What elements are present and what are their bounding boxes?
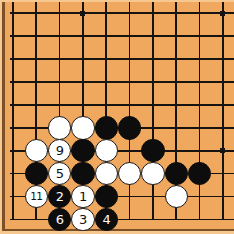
white-stone-5-10[interactable] bbox=[95, 139, 119, 163]
white-stone-4-9[interactable] bbox=[71, 116, 95, 140]
move-number: 4 bbox=[102, 213, 110, 226]
white-stone-3-11[interactable]: 5 bbox=[48, 162, 72, 186]
white-stone-7-11[interactable] bbox=[141, 162, 165, 186]
move-number: 3 bbox=[79, 213, 87, 226]
black-stone-4-10[interactable] bbox=[71, 139, 95, 163]
move-number: 5 bbox=[56, 167, 64, 180]
board-bevel-left bbox=[0, 0, 2, 234]
black-stone-3-12[interactable]: 2 bbox=[48, 185, 72, 209]
white-stone-8-12[interactable] bbox=[165, 185, 189, 209]
star-point-4-4 bbox=[80, 11, 85, 16]
white-stone-6-11[interactable] bbox=[118, 162, 142, 186]
move-number: 1 bbox=[79, 190, 87, 203]
board-bevel-top bbox=[0, 0, 234, 2]
white-stone-2-10[interactable] bbox=[25, 139, 49, 163]
star-point-10-10 bbox=[220, 148, 225, 153]
black-stone-9-11[interactable] bbox=[188, 162, 212, 186]
black-stone-5-12[interactable] bbox=[95, 185, 119, 209]
board-edge-line-left bbox=[2, 2, 5, 231]
white-stone-4-13[interactable]: 3 bbox=[71, 208, 95, 232]
black-stone-5-9[interactable] bbox=[95, 116, 119, 140]
grid-line-horizontal-13 bbox=[10, 219, 234, 221]
grid-line-horizontal-4 bbox=[10, 12, 234, 14]
white-stone-5-11[interactable] bbox=[95, 162, 119, 186]
grid-line-horizontal-8 bbox=[10, 104, 234, 106]
white-stone-4-12[interactable]: 1 bbox=[71, 185, 95, 209]
move-number: 9 bbox=[56, 144, 64, 157]
black-stone-5-13[interactable]: 4 bbox=[95, 208, 119, 232]
board-bevel-bottom bbox=[0, 231, 234, 234]
move-number: 2 bbox=[56, 190, 64, 203]
go-board-diagram[interactable]: 951121634 bbox=[0, 0, 234, 234]
black-stone-3-13[interactable]: 6 bbox=[48, 208, 72, 232]
white-stone-2-12[interactable]: 11 bbox=[25, 185, 49, 209]
move-number: 6 bbox=[56, 213, 64, 226]
move-number: 11 bbox=[30, 191, 42, 202]
black-stone-8-11[interactable] bbox=[165, 162, 189, 186]
white-stone-3-9[interactable] bbox=[48, 116, 72, 140]
black-stone-6-9[interactable] bbox=[118, 116, 142, 140]
grid-line-horizontal-6 bbox=[10, 58, 234, 60]
grid-line-horizontal-7 bbox=[10, 81, 234, 83]
white-stone-3-10[interactable]: 9 bbox=[48, 139, 72, 163]
black-stone-7-10[interactable] bbox=[141, 139, 165, 163]
black-stone-2-11[interactable] bbox=[25, 162, 49, 186]
grid-line-horizontal-5 bbox=[10, 35, 234, 37]
star-point-10-4 bbox=[220, 11, 225, 16]
black-stone-4-11[interactable] bbox=[71, 162, 95, 186]
